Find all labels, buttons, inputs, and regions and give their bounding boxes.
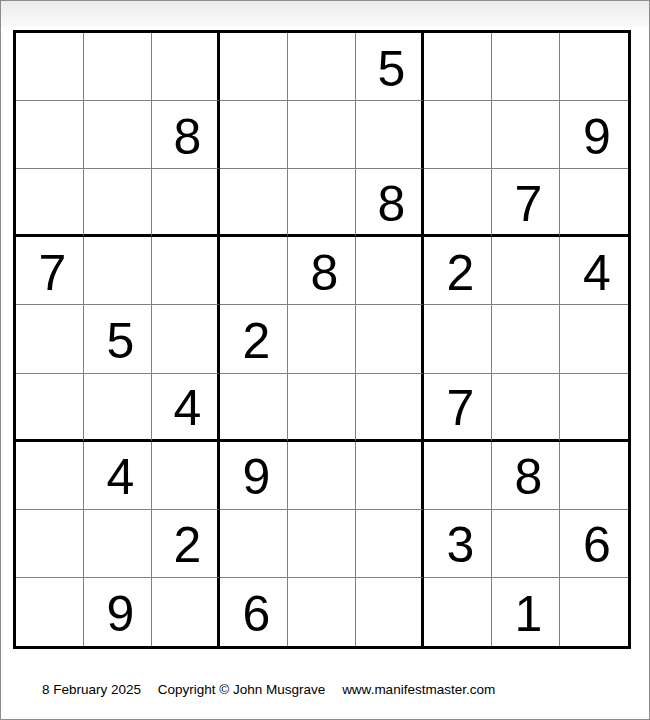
sudoku-cell-r7c8: 8	[492, 442, 560, 510]
given-digit: 7	[515, 179, 543, 229]
given-digit: 8	[378, 179, 406, 229]
sudoku-cell-r3c4	[220, 169, 288, 237]
sudoku-cell-r8c7: 3	[424, 510, 492, 578]
sudoku-cell-r7c9	[560, 442, 628, 510]
sudoku-cell-r7c7	[424, 442, 492, 510]
sudoku-cell-r4c8	[492, 237, 560, 305]
sudoku-cell-r6c7: 7	[424, 374, 492, 442]
sudoku-cell-r6c6	[356, 374, 424, 442]
given-digit: 1	[515, 589, 543, 639]
sudoku-cell-r2c9: 9	[560, 101, 628, 169]
sudoku-cell-r1c7	[424, 33, 492, 101]
sudoku-cell-r9c1	[16, 578, 84, 646]
sudoku-cell-r4c3	[152, 237, 220, 305]
sudoku-cell-r5c7	[424, 305, 492, 373]
sudoku-cell-r9c7	[424, 578, 492, 646]
sudoku-cell-r8c9: 6	[560, 510, 628, 578]
given-digit: 8	[311, 248, 339, 298]
footer-website: www.manifestmaster.com	[342, 682, 495, 697]
sudoku-cell-r3c7	[424, 169, 492, 237]
sudoku-cell-r1c3	[152, 33, 220, 101]
sudoku-cell-r1c5	[288, 33, 356, 101]
puzzle-page: 5898778245247498236961 8 February 2025 C…	[0, 0, 650, 720]
sudoku-cell-r2c6	[356, 101, 424, 169]
sudoku-cell-r8c4	[220, 510, 288, 578]
given-digit: 9	[583, 112, 611, 162]
given-digit: 7	[39, 248, 67, 298]
given-digit: 4	[107, 452, 135, 502]
sudoku-cell-r2c8	[492, 101, 560, 169]
sudoku-cell-r2c5	[288, 101, 356, 169]
sudoku-cell-r1c9	[560, 33, 628, 101]
given-digit: 7	[447, 383, 475, 433]
given-digit: 3	[447, 520, 475, 570]
sudoku-cell-r3c8: 7	[492, 169, 560, 237]
sudoku-cell-r7c5	[288, 442, 356, 510]
sudoku-cell-r8c1	[16, 510, 84, 578]
sudoku-cell-r9c3	[152, 578, 220, 646]
sudoku-cell-r3c5	[288, 169, 356, 237]
sudoku-cell-r5c5	[288, 305, 356, 373]
sudoku-cell-r5c1	[16, 305, 84, 373]
sudoku-cell-r2c2	[84, 101, 152, 169]
sudoku-cell-r8c8	[492, 510, 560, 578]
given-digit: 8	[174, 112, 202, 162]
sudoku-cell-r8c2	[84, 510, 152, 578]
sudoku-cell-r4c7: 2	[424, 237, 492, 305]
given-digit: 4	[174, 383, 202, 433]
given-digit: 2	[447, 248, 475, 298]
sudoku-cell-r4c5: 8	[288, 237, 356, 305]
sudoku-cell-r2c1	[16, 101, 84, 169]
sudoku-cell-r6c2	[84, 374, 152, 442]
sudoku-cell-r4c4	[220, 237, 288, 305]
sudoku-cell-r1c1	[16, 33, 84, 101]
footer: 8 February 2025 Copyright © John Musgrav…	[42, 682, 495, 697]
sudoku-cell-r1c6: 5	[356, 33, 424, 101]
sudoku-cell-r6c8	[492, 374, 560, 442]
sudoku-cell-r6c3: 4	[152, 374, 220, 442]
sudoku-cell-r5c8	[492, 305, 560, 373]
sudoku-cell-r7c2: 4	[84, 442, 152, 510]
given-digit: 9	[107, 589, 135, 639]
sudoku-cell-r6c5	[288, 374, 356, 442]
sudoku-cell-r9c5	[288, 578, 356, 646]
sudoku-cell-r2c4	[220, 101, 288, 169]
sudoku-cell-r3c3	[152, 169, 220, 237]
sudoku-cell-r4c6	[356, 237, 424, 305]
sudoku-cell-r6c4	[220, 374, 288, 442]
given-digit: 4	[583, 248, 611, 298]
given-digit: 5	[378, 44, 406, 94]
given-digit: 9	[243, 452, 271, 502]
sudoku-cell-r5c6	[356, 305, 424, 373]
sudoku-cell-r9c2: 9	[84, 578, 152, 646]
sudoku-cell-r1c8	[492, 33, 560, 101]
sudoku-cell-r7c1	[16, 442, 84, 510]
given-digit: 2	[174, 520, 202, 570]
sudoku-cell-r6c9	[560, 374, 628, 442]
sudoku-cell-r2c3: 8	[152, 101, 220, 169]
sudoku-cell-r4c1: 7	[16, 237, 84, 305]
given-digit: 5	[107, 316, 135, 366]
sudoku-cell-r7c4: 9	[220, 442, 288, 510]
sudoku-cell-r9c4: 6	[220, 578, 288, 646]
sudoku-cell-r9c9	[560, 578, 628, 646]
sudoku-cell-r8c3: 2	[152, 510, 220, 578]
sudoku-cell-r8c5	[288, 510, 356, 578]
sudoku-cell-r4c2	[84, 237, 152, 305]
sudoku-cell-r7c6	[356, 442, 424, 510]
sudoku-cell-r3c2	[84, 169, 152, 237]
sudoku-cell-r3c1	[16, 169, 84, 237]
sudoku-cell-r9c6	[356, 578, 424, 646]
sudoku-cell-r4c9: 4	[560, 237, 628, 305]
given-digit: 6	[583, 520, 611, 570]
given-digit: 6	[243, 589, 271, 639]
sudoku-cell-r5c3	[152, 305, 220, 373]
sudoku-cell-r1c2	[84, 33, 152, 101]
header-band	[1, 1, 649, 27]
footer-copyright: Copyright © John Musgrave	[158, 682, 326, 697]
sudoku-cell-r5c9	[560, 305, 628, 373]
given-digit: 8	[515, 452, 543, 502]
footer-date: 8 February 2025	[42, 682, 141, 697]
sudoku-cell-r8c6	[356, 510, 424, 578]
sudoku-board: 5898778245247498236961	[13, 30, 631, 649]
sudoku-cell-r3c6: 8	[356, 169, 424, 237]
sudoku-cell-r2c7	[424, 101, 492, 169]
sudoku-cell-r5c2: 5	[84, 305, 152, 373]
sudoku-cell-r1c4	[220, 33, 288, 101]
sudoku-cell-r7c3	[152, 442, 220, 510]
sudoku-cell-r6c1	[16, 374, 84, 442]
sudoku-cell-r9c8: 1	[492, 578, 560, 646]
sudoku-cell-r3c9	[560, 169, 628, 237]
sudoku-cell-r5c4: 2	[220, 305, 288, 373]
given-digit: 2	[243, 316, 271, 366]
